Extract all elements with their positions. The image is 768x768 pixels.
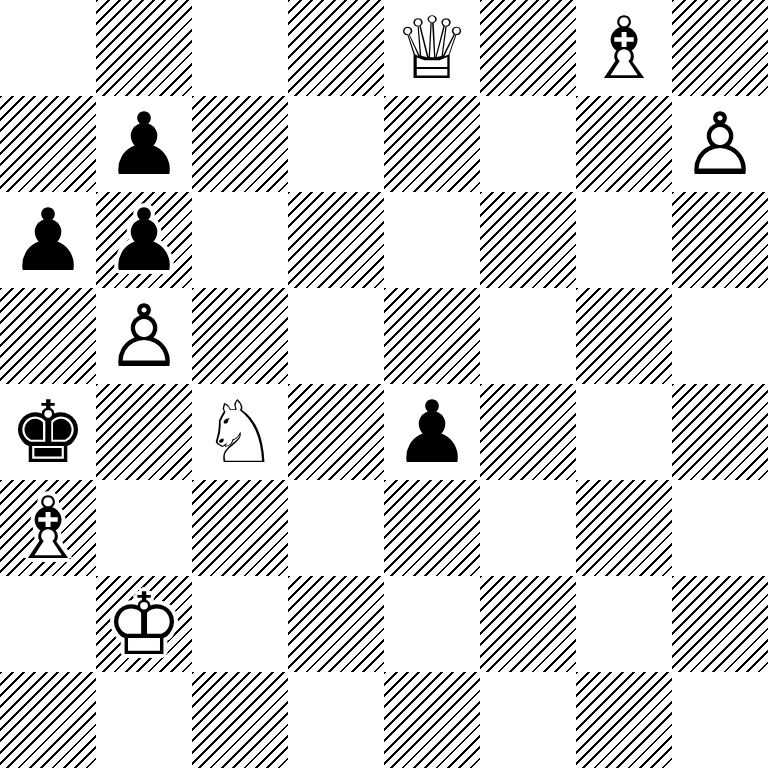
square-b7[interactable]: ♟♟	[96, 96, 192, 192]
white-knight[interactable]: ♞♘	[192, 384, 288, 480]
square-d2[interactable]	[288, 576, 384, 672]
square-c7[interactable]	[192, 96, 288, 192]
white-king[interactable]: ♚♔	[96, 576, 192, 672]
square-g8[interactable]: ♝♗	[576, 0, 672, 96]
square-f2[interactable]	[480, 576, 576, 672]
square-e1[interactable]	[384, 672, 480, 768]
square-g2[interactable]	[576, 576, 672, 672]
square-e8[interactable]: ♛♕	[384, 0, 480, 96]
white-pawn-glyph: ♙	[96, 288, 192, 384]
square-d7[interactable]	[288, 96, 384, 192]
square-d4[interactable]	[288, 384, 384, 480]
white-queen-glyph: ♕	[384, 0, 480, 96]
square-h3[interactable]	[672, 480, 768, 576]
square-e6[interactable]	[384, 192, 480, 288]
square-c1[interactable]	[192, 672, 288, 768]
square-f7[interactable]	[480, 96, 576, 192]
square-f5[interactable]	[480, 288, 576, 384]
square-a1[interactable]	[0, 672, 96, 768]
square-h8[interactable]	[672, 0, 768, 96]
square-a3[interactable]: ♝♗	[0, 480, 96, 576]
square-b4[interactable]	[96, 384, 192, 480]
square-b3[interactable]	[96, 480, 192, 576]
square-b8[interactable]	[96, 0, 192, 96]
square-e3[interactable]	[384, 480, 480, 576]
square-h6[interactable]	[672, 192, 768, 288]
square-g3[interactable]	[576, 480, 672, 576]
square-d1[interactable]	[288, 672, 384, 768]
square-c2[interactable]	[192, 576, 288, 672]
black-pawn-glyph: ♟	[96, 192, 192, 288]
black-king-glyph: ♚	[0, 384, 96, 480]
black-pawn[interactable]: ♟♟	[96, 96, 192, 192]
square-c8[interactable]	[192, 0, 288, 96]
square-h5[interactable]	[672, 288, 768, 384]
chess-board: ♛♕♝♗♟♟♟♙♟♟♟♟♟♙♚♚♞♘♟♟♝♗♚♔	[0, 0, 768, 768]
square-e4[interactable]: ♟♟	[384, 384, 480, 480]
square-e7[interactable]	[384, 96, 480, 192]
white-king-glyph: ♔	[96, 576, 192, 672]
black-pawn[interactable]: ♟♟	[0, 192, 96, 288]
square-h1[interactable]	[672, 672, 768, 768]
square-d3[interactable]	[288, 480, 384, 576]
black-pawn-glyph: ♟	[384, 384, 480, 480]
white-bishop[interactable]: ♝♗	[576, 0, 672, 96]
square-b1[interactable]	[96, 672, 192, 768]
square-a5[interactable]	[0, 288, 96, 384]
square-f3[interactable]	[480, 480, 576, 576]
square-d8[interactable]	[288, 0, 384, 96]
white-queen[interactable]: ♛♕	[384, 0, 480, 96]
square-e2[interactable]	[384, 576, 480, 672]
square-b2[interactable]: ♚♔	[96, 576, 192, 672]
white-bishop-glyph: ♗	[0, 480, 96, 576]
white-bishop[interactable]: ♝♗	[0, 480, 96, 576]
square-f1[interactable]	[480, 672, 576, 768]
black-pawn-glyph: ♟	[0, 192, 96, 288]
black-pawn[interactable]: ♟♟	[96, 192, 192, 288]
white-knight-glyph: ♘	[192, 384, 288, 480]
black-pawn[interactable]: ♟♟	[384, 384, 480, 480]
square-a7[interactable]	[0, 96, 96, 192]
white-bishop-glyph: ♗	[576, 0, 672, 96]
square-c5[interactable]	[192, 288, 288, 384]
square-g6[interactable]	[576, 192, 672, 288]
square-f6[interactable]	[480, 192, 576, 288]
square-d5[interactable]	[288, 288, 384, 384]
white-pawn[interactable]: ♟♙	[672, 96, 768, 192]
square-a6[interactable]: ♟♟	[0, 192, 96, 288]
square-g7[interactable]	[576, 96, 672, 192]
square-h4[interactable]	[672, 384, 768, 480]
square-g5[interactable]	[576, 288, 672, 384]
square-c4[interactable]: ♞♘	[192, 384, 288, 480]
square-g4[interactable]	[576, 384, 672, 480]
square-h7[interactable]: ♟♙	[672, 96, 768, 192]
square-c3[interactable]	[192, 480, 288, 576]
square-f8[interactable]	[480, 0, 576, 96]
black-pawn-glyph: ♟	[96, 96, 192, 192]
square-b5[interactable]: ♟♙	[96, 288, 192, 384]
square-h2[interactable]	[672, 576, 768, 672]
square-d6[interactable]	[288, 192, 384, 288]
square-e5[interactable]	[384, 288, 480, 384]
square-a4[interactable]: ♚♚	[0, 384, 96, 480]
square-g1[interactable]	[576, 672, 672, 768]
square-b6[interactable]: ♟♟	[96, 192, 192, 288]
square-a2[interactable]	[0, 576, 96, 672]
square-f4[interactable]	[480, 384, 576, 480]
white-pawn[interactable]: ♟♙	[96, 288, 192, 384]
black-king[interactable]: ♚♚	[0, 384, 96, 480]
square-a8[interactable]	[0, 0, 96, 96]
white-pawn-glyph: ♙	[672, 96, 768, 192]
square-c6[interactable]	[192, 192, 288, 288]
